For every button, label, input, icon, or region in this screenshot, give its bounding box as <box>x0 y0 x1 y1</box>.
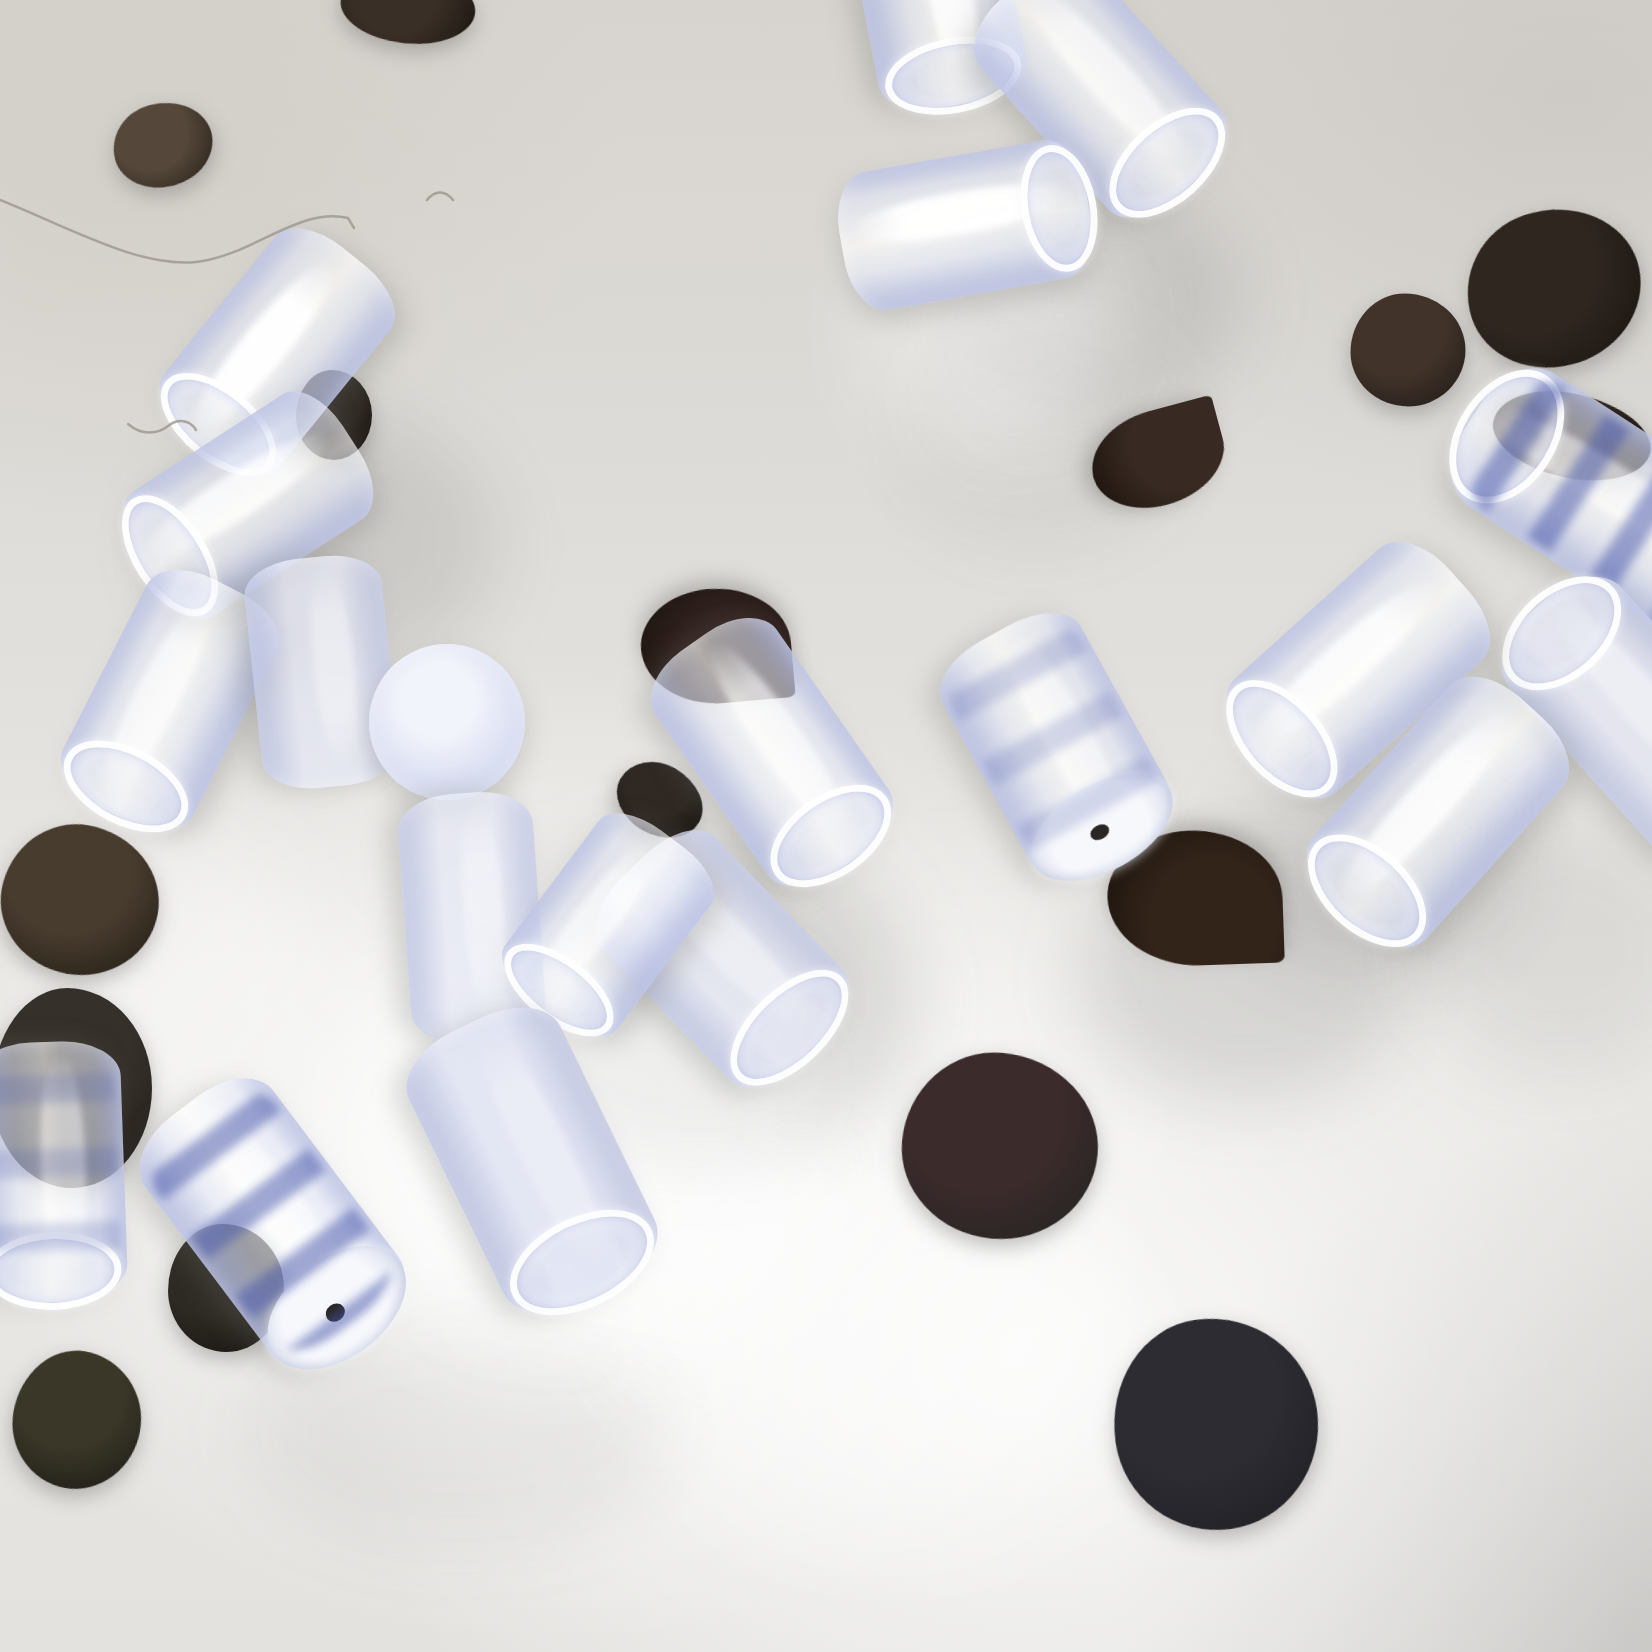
hair-fibers-layer <box>0 0 1652 1652</box>
hair-fiber <box>128 421 196 432</box>
macro-photo <box>0 0 1652 1652</box>
hair-fiber <box>0 200 354 263</box>
hair-fiber <box>427 193 453 201</box>
